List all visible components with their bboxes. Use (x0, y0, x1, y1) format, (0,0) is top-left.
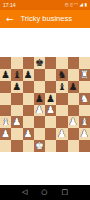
chess-board[interactable]: ♚♟♝♟♞♜♟♝♟♟♟♞♟♟♝♟♟♝♟♟♟♟♚ (0, 57, 90, 152)
white-piece-h3[interactable]: ♝ (80, 117, 89, 127)
square-e8[interactable] (45, 57, 56, 69)
white-piece-f2[interactable]: ♟ (57, 129, 66, 139)
square-d3[interactable] (34, 116, 45, 128)
square-f3[interactable] (56, 116, 67, 128)
square-g5[interactable] (68, 93, 79, 105)
white-piece-d1[interactable]: ♚ (35, 141, 44, 151)
square-a4[interactable] (0, 105, 11, 117)
square-g8[interactable] (68, 57, 79, 69)
square-h5[interactable]: ♞ (79, 93, 90, 105)
black-piece-e5[interactable]: ♟ (46, 94, 55, 104)
square-h3[interactable]: ♝ (79, 116, 90, 128)
square-a6[interactable] (0, 81, 11, 93)
square-e2[interactable] (45, 128, 56, 140)
square-b3[interactable]: ♟ (11, 116, 22, 128)
black-piece-a7[interactable]: ♟ (1, 70, 10, 80)
android-nav-bar: ◁○□ (0, 185, 90, 200)
square-d2[interactable] (34, 128, 45, 140)
square-e1[interactable] (45, 140, 56, 152)
square-h6[interactable] (79, 81, 90, 93)
clock-icon: ◴ (65, 3, 69, 8)
square-b7[interactable]: ♝ (11, 69, 22, 81)
square-f4[interactable] (56, 105, 67, 117)
square-b4[interactable] (11, 105, 22, 117)
square-b5[interactable] (11, 93, 22, 105)
square-a8[interactable] (0, 57, 11, 69)
square-d4[interactable]: ♟ (34, 105, 45, 117)
phone-screen: 17:14 ◴▯◠◢▮ ← Tricky business ♚♟♝♟♞♜♟♝♟♟… (0, 0, 90, 200)
black-piece-d8[interactable]: ♚ (35, 58, 44, 68)
white-piece-a2[interactable]: ♟ (1, 129, 10, 139)
square-c7[interactable]: ♟ (23, 69, 34, 81)
square-a3[interactable]: ♝ (0, 116, 11, 128)
square-e6[interactable] (45, 81, 56, 93)
black-piece-c7[interactable]: ♟ (24, 70, 33, 80)
battery-icon: ▮ (85, 3, 87, 8)
square-g3[interactable]: ♟ (68, 116, 79, 128)
wifi-icon: ◠ (74, 3, 78, 8)
white-piece-h5[interactable]: ♞ (80, 94, 89, 104)
signal-icon: ◢ (80, 3, 83, 8)
square-b6[interactable]: ♟ (11, 81, 22, 93)
square-b8[interactable] (11, 57, 22, 69)
square-b2[interactable] (11, 128, 22, 140)
square-e3[interactable] (45, 116, 56, 128)
square-g6[interactable]: ♟ (68, 81, 79, 93)
square-c1[interactable] (23, 140, 34, 152)
square-g4[interactable] (68, 105, 79, 117)
square-d8[interactable]: ♚ (34, 57, 45, 69)
nav-home-icon[interactable]: ○ (41, 189, 47, 196)
square-a5[interactable] (0, 93, 11, 105)
page-title: Tricky business (21, 15, 72, 23)
square-c3[interactable] (23, 116, 34, 128)
square-g2[interactable] (68, 128, 79, 140)
square-h1[interactable] (79, 140, 90, 152)
square-d6[interactable] (34, 81, 45, 93)
black-piece-f6[interactable]: ♝ (57, 82, 66, 92)
square-d5[interactable]: ♟ (34, 93, 45, 105)
black-piece-f7[interactable]: ♞ (57, 70, 66, 80)
square-f5[interactable] (56, 93, 67, 105)
square-a7[interactable]: ♟ (0, 69, 11, 81)
square-h2[interactable]: ♟ (79, 128, 90, 140)
white-piece-b3[interactable]: ♟ (12, 117, 21, 127)
nav-recents-icon[interactable]: □ (61, 189, 68, 196)
square-d7[interactable] (34, 69, 45, 81)
square-f1[interactable] (56, 140, 67, 152)
square-h8[interactable] (79, 57, 90, 69)
square-f6[interactable]: ♝ (56, 81, 67, 93)
square-c8[interactable] (23, 57, 34, 69)
square-e7[interactable] (45, 69, 56, 81)
vibrate-icon: ▯ (70, 3, 72, 8)
white-piece-g3[interactable]: ♟ (69, 117, 78, 127)
square-f2[interactable]: ♟ (56, 128, 67, 140)
status-time: 17:14 (3, 3, 16, 8)
square-c2[interactable]: ♟ (23, 128, 34, 140)
white-piece-e4[interactable]: ♟ (46, 105, 55, 115)
square-h7[interactable]: ♜ (79, 69, 90, 81)
nav-back-icon[interactable]: ◁ (22, 189, 27, 196)
square-a1[interactable] (0, 140, 11, 152)
square-f7[interactable]: ♞ (56, 69, 67, 81)
status-bar: 17:14 ◴▯◠◢▮ (0, 0, 90, 10)
square-e4[interactable]: ♟ (45, 105, 56, 117)
white-piece-h7[interactable]: ♜ (80, 70, 89, 80)
status-icons: ◴▯◠◢▮ (65, 3, 87, 8)
square-g1[interactable] (68, 140, 79, 152)
black-piece-d5[interactable]: ♟ (35, 94, 44, 104)
white-piece-c2[interactable]: ♟ (24, 129, 33, 139)
black-piece-b7[interactable]: ♝ (12, 70, 21, 80)
square-c4[interactable] (23, 105, 34, 117)
square-d1[interactable]: ♚ (34, 140, 45, 152)
square-f8[interactable] (56, 57, 67, 69)
square-g7[interactable] (68, 69, 79, 81)
white-piece-a3[interactable]: ♝ (1, 117, 10, 127)
square-c5[interactable] (23, 93, 34, 105)
black-piece-g6[interactable]: ♟ (69, 82, 78, 92)
square-a2[interactable]: ♟ (0, 128, 11, 140)
app-bar: ← Tricky business (0, 10, 90, 28)
back-arrow-icon[interactable]: ← (6, 15, 14, 24)
white-piece-d4[interactable]: ♟ (35, 105, 44, 115)
white-piece-h2[interactable]: ♟ (80, 129, 89, 139)
square-c6[interactable] (23, 81, 34, 93)
square-h4[interactable] (79, 105, 90, 117)
square-e5[interactable]: ♟ (45, 93, 56, 105)
black-piece-b6[interactable]: ♟ (12, 82, 21, 92)
square-b1[interactable] (11, 140, 22, 152)
